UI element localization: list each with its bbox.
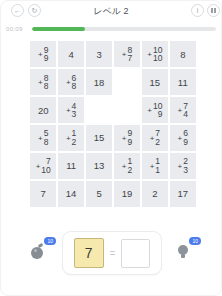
number-tile[interactable]: 7 [74, 238, 104, 268]
target-slot[interactable] [121, 239, 150, 268]
info-button[interactable]: i [191, 4, 204, 17]
status-row: 00:09 [1, 25, 221, 33]
grid-cell-expression: +23 [170, 153, 196, 179]
grid-cell-expression: +109 [142, 97, 168, 123]
grid-cell-empty[interactable] [114, 97, 140, 123]
operands: 1010 [153, 46, 162, 63]
grid-cell-expression: +99 [114, 125, 140, 151]
grid-cell-number: 15 [86, 125, 112, 151]
operands: 69 [183, 129, 188, 146]
puzzle-grid: +9943+87+10108+88+6818151120+43+109+74+5… [30, 41, 196, 207]
bomb-count-badge: 10 [44, 237, 56, 245]
grid-cell-expression: +1010 [142, 41, 168, 67]
cell-value: 8 [180, 49, 185, 60]
grid-cell-expression: +69 [170, 125, 196, 151]
grid-cell-number: 17 [170, 181, 196, 207]
grid-cell-expression: +88 [30, 69, 56, 95]
cell-value: 7 [41, 188, 46, 199]
cell-value: 5 [96, 188, 101, 199]
grid-cell-expression: +12 [58, 125, 84, 151]
progress-bar [32, 27, 216, 31]
header: ← ↻ レベル 2 i [1, 1, 221, 21]
cell-value: 15 [94, 132, 105, 143]
operands: 58 [44, 129, 49, 146]
grid-cell-number: 13 [86, 153, 112, 179]
cell-value: 17 [177, 188, 188, 199]
info-icon: i [197, 5, 199, 16]
cell-value: 14 [66, 188, 77, 199]
operands: 99 [44, 46, 49, 63]
operands: 23 [183, 157, 188, 174]
app-screen: ← ↻ レベル 2 i 00:09 +9943+87+10108+88+6818… [0, 0, 222, 296]
progress-fill [32, 27, 85, 31]
grid-cell-empty[interactable] [86, 97, 112, 123]
plus-sign: + [122, 50, 127, 59]
grid-cell-number: 4 [58, 41, 84, 67]
grid-cell-expression: +68 [58, 69, 84, 95]
hint-count-badge: 10 [189, 237, 201, 245]
level-title: レベル 2 [1, 5, 221, 18]
pause-button[interactable] [207, 4, 220, 17]
grid-cell-number: 19 [114, 181, 140, 207]
plus-sign: + [38, 134, 43, 143]
cell-value: 18 [94, 77, 105, 88]
hint-button[interactable]: 10 [174, 242, 194, 262]
plus-sign: + [38, 50, 43, 59]
cell-value: 19 [122, 188, 133, 199]
operands: 109 [153, 102, 162, 119]
plus-sign: + [178, 134, 183, 143]
timer: 00:09 [6, 26, 23, 32]
operands: 72 [155, 129, 160, 146]
grid-cell-number: 5 [86, 181, 112, 207]
plus-sign: + [122, 162, 127, 171]
equals-sign: = [110, 248, 116, 259]
grid-cell-expression: +87 [114, 41, 140, 67]
grid-cell-number: 11 [170, 69, 196, 95]
grid-cell-number: 7 [30, 181, 56, 207]
operands: 43 [72, 102, 77, 119]
grid-cell-expression: +74 [170, 97, 196, 123]
grid-cell-number: 3 [86, 41, 112, 67]
plus-sign: + [178, 162, 183, 171]
operands: 11 [155, 157, 160, 174]
plus-sign: + [147, 106, 152, 115]
grid-cell-expression: +11 [142, 153, 168, 179]
cell-value: 13 [94, 160, 105, 171]
grid-cell-expression: +43 [58, 97, 84, 123]
plus-sign: + [36, 162, 41, 171]
operands: 710 [41, 157, 50, 174]
cell-value: 11 [66, 160, 76, 171]
grid-cell-expression: +12 [114, 153, 140, 179]
bomb-icon [31, 247, 43, 259]
cell-value: 15 [150, 77, 161, 88]
operands: 12 [127, 157, 132, 174]
pause-icon [211, 8, 216, 13]
grid-cell-empty[interactable] [114, 69, 140, 95]
plus-sign: + [66, 106, 71, 115]
operands: 88 [44, 74, 49, 91]
plus-sign: + [150, 162, 155, 171]
grid-cell-number: 15 [142, 69, 168, 95]
grid-cell-expression: +710 [30, 153, 56, 179]
plus-sign: + [66, 78, 71, 87]
operands: 68 [72, 74, 77, 91]
grid-cell-number: 11 [58, 153, 84, 179]
plus-sign: + [147, 50, 152, 59]
grid-cell-expression: +58 [30, 125, 56, 151]
lightbulb-base-icon [181, 254, 185, 258]
plus-sign: + [150, 134, 155, 143]
operands: 12 [72, 129, 77, 146]
cell-value: 2 [152, 188, 157, 199]
grid-cell-number: 20 [30, 97, 56, 123]
grid-cell-number: 18 [86, 69, 112, 95]
grid-cell-expression: +72 [142, 125, 168, 151]
plus-sign: + [38, 78, 43, 87]
answer-tray: 7 = [62, 231, 162, 275]
grid-cell-number: 2 [142, 181, 168, 207]
bomb-button[interactable]: 10 [29, 242, 49, 262]
operands: 99 [127, 129, 132, 146]
cell-value: 11 [178, 77, 188, 88]
operands: 74 [183, 102, 188, 119]
plus-sign: + [66, 134, 71, 143]
plus-sign: + [122, 134, 127, 143]
grid-cell-number: 14 [58, 181, 84, 207]
cell-value: 3 [96, 49, 101, 60]
operands: 87 [127, 46, 132, 63]
cell-value: 4 [68, 49, 73, 60]
grid-cell-number: 8 [170, 41, 196, 67]
grid-cell-expression: +99 [30, 41, 56, 67]
plus-sign: + [178, 106, 183, 115]
cell-value: 20 [38, 105, 49, 116]
